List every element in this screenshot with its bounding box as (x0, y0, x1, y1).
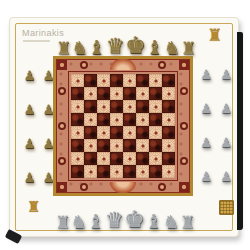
board-square[interactable] (149, 139, 162, 152)
chess-piece-silver-pawn[interactable]: ♟ (220, 68, 232, 81)
chess-set-tray: Marinakis ♜♞♝♛♚♝♞♜ ♟♟♟♟♟♟♟♟ ♟♟♟♟♟♟♟♟ ♜♞♝… (9, 17, 239, 237)
board-square[interactable] (162, 74, 175, 87)
board-square[interactable] (149, 74, 162, 87)
border-corner-ornament (179, 60, 189, 70)
board-square[interactable] (149, 87, 162, 100)
scroll-ornament (58, 122, 66, 130)
flower-motif (102, 157, 106, 161)
flower-motif (167, 144, 171, 148)
board-square[interactable] (136, 165, 149, 178)
board-square[interactable] (162, 126, 175, 139)
board-square[interactable] (123, 74, 136, 87)
flower-motif (128, 131, 132, 135)
tray-corner-edge (5, 229, 22, 244)
flower-motif (141, 118, 145, 122)
chess-piece-gold-pawn[interactable]: ♟ (24, 171, 36, 184)
flower-motif (167, 92, 171, 96)
board-square[interactable] (84, 139, 97, 152)
chess-piece-gold-queen[interactable]: ♛ (106, 36, 125, 57)
scroll-ornament (80, 183, 88, 191)
board-square[interactable] (136, 87, 149, 100)
flower-motif (167, 170, 171, 174)
scroll-ornament (80, 61, 88, 69)
flower-motif (128, 105, 132, 109)
flower-motif (115, 170, 119, 174)
flower-motif (76, 131, 80, 135)
chess-piece-gold-king[interactable]: ♚ (125, 34, 146, 57)
board-square[interactable] (84, 87, 97, 100)
flower-motif (89, 170, 93, 174)
board-square[interactable] (71, 74, 84, 87)
flower-motif (115, 92, 119, 96)
board-square[interactable] (71, 139, 84, 152)
board-square[interactable] (136, 74, 149, 87)
scroll-ornament (158, 183, 166, 191)
board-square[interactable] (136, 139, 149, 152)
board-square[interactable] (123, 100, 136, 113)
board-square[interactable] (97, 165, 110, 178)
board-square[interactable] (97, 152, 110, 165)
flower-motif (115, 144, 119, 148)
silver-pawns-tray-right: ♟♟♟♟♟♟♟♟ (196, 58, 236, 193)
chess-piece-gold-bishop[interactable]: ♝ (146, 38, 163, 57)
flower-motif (89, 118, 93, 122)
board-square[interactable] (123, 113, 136, 126)
chess-piece-gold-knight[interactable]: ♞ (72, 39, 88, 57)
board-square[interactable] (97, 74, 110, 87)
flower-motif (128, 157, 132, 161)
board-square[interactable] (84, 126, 97, 139)
border-corner-ornament (179, 182, 189, 192)
chess-piece-silver-pawn[interactable]: ♟ (220, 170, 232, 183)
flower-motif (102, 131, 106, 135)
scroll-ornament (58, 87, 66, 95)
scroll-ornament (180, 157, 188, 165)
border-corner-ornament (57, 182, 67, 192)
rook-print-icon-bottom-left: ♜ (27, 200, 40, 215)
chess-piece-silver-pawn[interactable]: ♟ (200, 170, 212, 183)
board-square[interactable] (110, 139, 123, 152)
board-square[interactable] (123, 139, 136, 152)
board-square[interactable] (162, 113, 175, 126)
board-square[interactable] (162, 165, 175, 178)
board-square[interactable] (123, 126, 136, 139)
chess-piece-silver-pawn[interactable]: ♟ (200, 102, 212, 115)
flower-motif (76, 157, 80, 161)
board-square[interactable] (136, 100, 149, 113)
flower-motif (89, 92, 93, 96)
chess-piece-gold-rook[interactable]: ♜ (181, 40, 196, 57)
flower-motif (89, 144, 93, 148)
board-square[interactable] (71, 113, 84, 126)
chess-piece-silver-pawn[interactable]: ♟ (200, 68, 212, 81)
board-square[interactable] (110, 152, 123, 165)
flower-motif (115, 118, 119, 122)
flower-motif (141, 170, 145, 174)
board-square[interactable] (84, 100, 97, 113)
board-square[interactable] (110, 113, 123, 126)
board-square[interactable] (97, 87, 110, 100)
board-square[interactable] (149, 100, 162, 113)
border-corner-ornament (57, 60, 67, 70)
flower-motif (154, 131, 158, 135)
board-grid (71, 74, 175, 178)
board-square[interactable] (136, 113, 149, 126)
board-square[interactable] (149, 165, 162, 178)
board-square[interactable] (84, 113, 97, 126)
chess-piece-gold-rook[interactable]: ♜ (56, 40, 71, 57)
board-square[interactable] (149, 126, 162, 139)
chess-piece-silver-queen[interactable]: ♛ (105, 210, 124, 231)
board-square[interactable] (110, 165, 123, 178)
flower-motif (154, 157, 158, 161)
board-square[interactable] (110, 74, 123, 87)
board-square[interactable] (84, 74, 97, 87)
board-square[interactable] (71, 152, 84, 165)
flower-motif (167, 118, 171, 122)
flower-motif (154, 79, 158, 83)
scroll-ornament (158, 61, 166, 69)
board-square[interactable] (149, 113, 162, 126)
board-square[interactable] (97, 100, 110, 113)
board-square[interactable] (136, 126, 149, 139)
board-square[interactable] (84, 152, 97, 165)
board-square[interactable] (110, 126, 123, 139)
board-square[interactable] (71, 165, 84, 178)
board-square[interactable] (123, 165, 136, 178)
board-square[interactable] (162, 152, 175, 165)
board-square[interactable] (97, 126, 110, 139)
board-square[interactable] (123, 87, 136, 100)
board-square[interactable] (71, 100, 84, 113)
flower-motif (102, 105, 106, 109)
board-square[interactable] (84, 165, 97, 178)
chess-piece-silver-pawn[interactable]: ♟ (220, 136, 232, 149)
silver-pieces-tray-bottom: ♜♞♝♛♚♝♞♜ (55, 195, 195, 231)
rook-print-icon-top-right: ♜ (207, 27, 222, 44)
board-square[interactable] (97, 113, 110, 126)
tray-side-edge (237, 32, 243, 230)
board-square[interactable] (97, 139, 110, 152)
board-square[interactable] (162, 100, 175, 113)
chess-board (53, 56, 193, 196)
flower-motif (76, 105, 80, 109)
chess-piece-gold-pawn[interactable]: ♟ (24, 137, 36, 150)
chess-piece-gold-pawn[interactable]: ♟ (24, 69, 36, 82)
board-square[interactable] (149, 152, 162, 165)
flower-motif (141, 144, 145, 148)
gold-pieces-tray-top: ♜♞♝♛♚♝♞♜ (56, 21, 196, 57)
palmette-ornament (110, 182, 136, 193)
flower-motif (76, 79, 80, 83)
chess-piece-silver-king[interactable]: ♚ (124, 208, 145, 231)
board-square[interactable] (110, 87, 123, 100)
board-square[interactable] (162, 87, 175, 100)
board-square[interactable] (110, 100, 123, 113)
chess-piece-silver-pawn[interactable]: ♟ (200, 136, 212, 149)
chess-piece-gold-knight[interactable]: ♞ (164, 39, 180, 57)
maker-stamp-icon (219, 200, 234, 215)
board-square[interactable] (71, 87, 84, 100)
scroll-ornament (180, 87, 188, 95)
board-square[interactable] (136, 152, 149, 165)
flower-motif (141, 92, 145, 96)
flower-motif (128, 79, 132, 83)
chess-piece-silver-knight[interactable]: ♞ (163, 213, 179, 231)
chess-piece-silver-bishop[interactable]: ♝ (87, 212, 104, 231)
chess-piece-silver-knight[interactable]: ♞ (71, 213, 87, 231)
flower-motif (102, 79, 106, 83)
board-inner-frame (68, 71, 178, 181)
chess-piece-silver-rook[interactable]: ♜ (55, 214, 70, 231)
scroll-ornament (180, 122, 188, 130)
board-square[interactable] (123, 152, 136, 165)
board-square[interactable] (162, 139, 175, 152)
scroll-ornament (58, 157, 66, 165)
chess-piece-gold-bishop[interactable]: ♝ (88, 38, 105, 57)
chess-piece-silver-pawn[interactable]: ♟ (220, 102, 232, 115)
chess-piece-silver-bishop[interactable]: ♝ (145, 212, 162, 231)
flower-motif (154, 105, 158, 109)
chess-piece-silver-rook[interactable]: ♜ (180, 214, 195, 231)
palmette-ornament (110, 59, 136, 70)
board-square[interactable] (71, 126, 84, 139)
chess-piece-gold-pawn[interactable]: ♟ (24, 103, 36, 116)
brand-subtext-illegible (23, 40, 50, 42)
